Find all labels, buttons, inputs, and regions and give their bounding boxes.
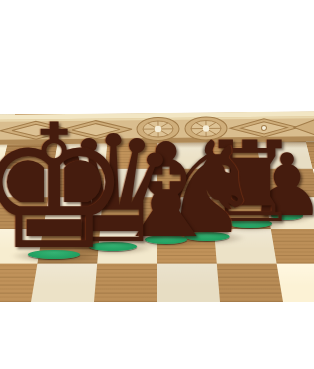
chess-product-photo: ♟♜♞♝♛♚ xyxy=(0,0,314,369)
pieces-row: ♟♜♞♝♛♚ xyxy=(0,0,314,369)
piece-king: ♚ xyxy=(0,87,140,259)
king-glyph: ♚ xyxy=(0,102,131,274)
